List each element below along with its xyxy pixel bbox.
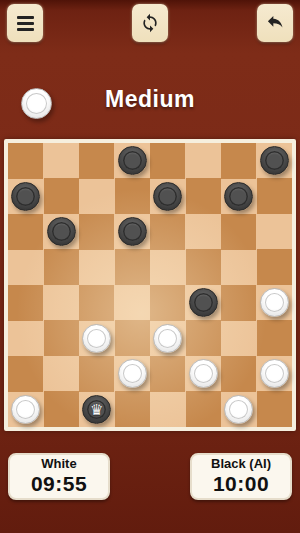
square-r0c1-dark[interactable] [44, 143, 80, 179]
square-r5c2-dark[interactable] [79, 321, 115, 357]
square-r1c6-dark[interactable] [221, 179, 257, 215]
square-r3c2-dark[interactable] [79, 250, 115, 286]
square-r7c1-light [44, 392, 80, 428]
square-r6c7-dark[interactable] [257, 356, 293, 392]
menu-icon [17, 16, 34, 31]
square-r5c5-light [186, 321, 222, 357]
board-grid: ♛ [8, 143, 292, 427]
black-king-piece[interactable]: ♛ [82, 395, 111, 424]
black-man-piece[interactable] [260, 146, 289, 175]
square-r5c1-light [44, 321, 80, 357]
square-r0c4-light [150, 143, 186, 179]
square-r2c0-light [8, 214, 44, 250]
square-r6c1-dark[interactable] [44, 356, 80, 392]
square-r7c6-dark[interactable] [221, 392, 257, 428]
square-r4c0-light [8, 285, 44, 321]
black-man-piece[interactable] [11, 182, 40, 211]
white-man-piece[interactable] [224, 395, 253, 424]
square-r4c1-dark[interactable] [44, 285, 80, 321]
square-r7c2-dark[interactable]: ♛ [79, 392, 115, 428]
square-r6c0-light [8, 356, 44, 392]
checkers-board: ♛ [4, 139, 296, 431]
square-r1c3-light [115, 179, 151, 215]
square-r2c2-light [79, 214, 115, 250]
square-r7c4-dark[interactable] [150, 392, 186, 428]
square-r3c7-light [257, 250, 293, 286]
square-r4c4-light [150, 285, 186, 321]
square-r7c0-dark[interactable] [8, 392, 44, 428]
square-r2c4-light [150, 214, 186, 250]
square-r0c2-light [79, 143, 115, 179]
square-r1c2-dark[interactable] [79, 179, 115, 215]
square-r6c3-dark[interactable] [115, 356, 151, 392]
square-r7c3-light [115, 392, 151, 428]
black-man-piece[interactable] [189, 288, 218, 317]
square-r1c0-dark[interactable] [8, 179, 44, 215]
square-r0c5-dark[interactable] [186, 143, 222, 179]
square-r2c3-dark[interactable] [115, 214, 151, 250]
square-r4c6-light [221, 285, 257, 321]
square-r1c7-light [257, 179, 293, 215]
square-r2c6-light [221, 214, 257, 250]
square-r6c4-light [150, 356, 186, 392]
restart-icon [140, 13, 160, 33]
white-man-piece[interactable] [153, 324, 182, 353]
square-r3c4-dark[interactable] [150, 250, 186, 286]
square-r3c5-light [186, 250, 222, 286]
black-man-piece[interactable] [118, 217, 147, 246]
white-man-piece[interactable] [260, 359, 289, 388]
square-r5c7-light [257, 321, 293, 357]
square-r4c5-dark[interactable] [186, 285, 222, 321]
white-clock-panel: White 09:55 [8, 453, 110, 500]
square-r5c6-dark[interactable] [221, 321, 257, 357]
white-man-piece[interactable] [11, 395, 40, 424]
square-r6c2-light [79, 356, 115, 392]
menu-button[interactable] [7, 4, 43, 42]
white-clock-time: 09:55 [31, 472, 87, 495]
square-r3c3-light [115, 250, 151, 286]
square-r0c7-dark[interactable] [257, 143, 293, 179]
black-man-piece[interactable] [118, 146, 147, 175]
square-r5c3-light [115, 321, 151, 357]
square-r7c7-light [257, 392, 293, 428]
square-r2c1-dark[interactable] [44, 214, 80, 250]
white-man-piece[interactable] [118, 359, 147, 388]
square-r2c5-dark[interactable] [186, 214, 222, 250]
square-r4c7-dark[interactable] [257, 285, 293, 321]
undo-button[interactable] [257, 4, 293, 42]
square-r1c5-light [186, 179, 222, 215]
square-r3c1-light [44, 250, 80, 286]
square-r4c2-light [79, 285, 115, 321]
white-man-piece[interactable] [189, 359, 218, 388]
black-man-piece[interactable] [224, 182, 253, 211]
white-man-piece[interactable] [82, 324, 111, 353]
white-man-piece[interactable] [260, 288, 289, 317]
black-clock-time: 10:00 [213, 472, 269, 495]
square-r0c6-light [221, 143, 257, 179]
king-crown-icon: ♛ [83, 396, 110, 423]
square-r2c7-dark[interactable] [257, 214, 293, 250]
difficulty-title: Medium [0, 86, 300, 113]
square-r1c1-light [44, 179, 80, 215]
square-r7c5-light [186, 392, 222, 428]
square-r6c6-light [221, 356, 257, 392]
square-r3c6-dark[interactable] [221, 250, 257, 286]
square-r5c0-dark[interactable] [8, 321, 44, 357]
square-r4c3-dark[interactable] [115, 285, 151, 321]
black-clock-label: Black (AI) [211, 457, 271, 472]
black-man-piece[interactable] [153, 182, 182, 211]
restart-button[interactable] [132, 4, 168, 42]
square-r0c3-dark[interactable] [115, 143, 151, 179]
square-r6c5-dark[interactable] [186, 356, 222, 392]
undo-icon [265, 13, 285, 33]
square-r1c4-dark[interactable] [150, 179, 186, 215]
white-clock-label: White [41, 457, 76, 472]
app-screen: Medium ♛ White 09:55 Black (AI) 10:00 [0, 0, 300, 533]
black-clock-panel: Black (AI) 10:00 [190, 453, 292, 500]
square-r5c4-dark[interactable] [150, 321, 186, 357]
square-r0c0-light [8, 143, 44, 179]
black-man-piece[interactable] [47, 217, 76, 246]
square-r3c0-dark[interactable] [8, 250, 44, 286]
